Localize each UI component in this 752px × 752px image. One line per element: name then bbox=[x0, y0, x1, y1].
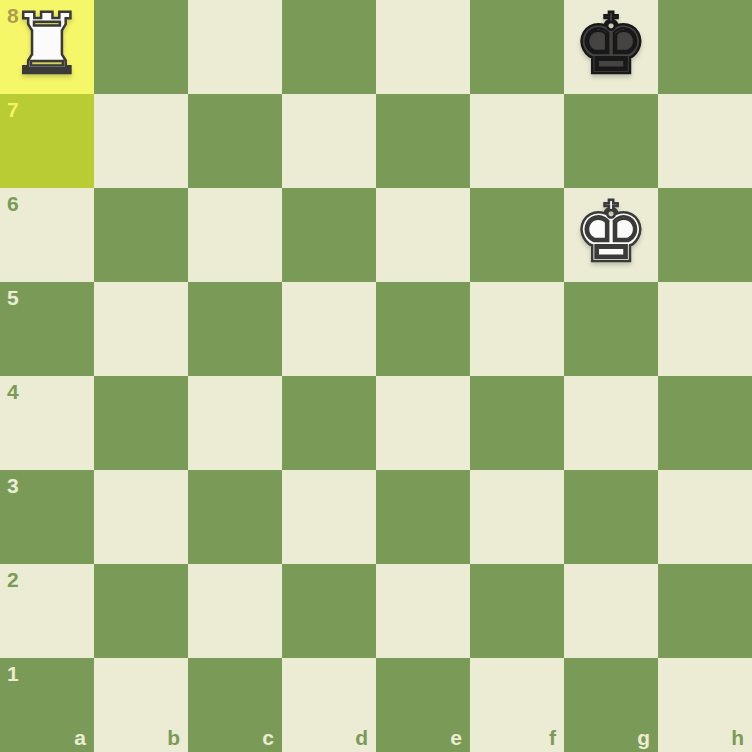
square-e8[interactable] bbox=[376, 0, 470, 94]
square-f8[interactable] bbox=[470, 0, 564, 94]
square-g5[interactable] bbox=[564, 282, 658, 376]
white-rook[interactable]: ♜ bbox=[9, 0, 84, 91]
square-a8[interactable]: 8♜ bbox=[0, 0, 94, 94]
square-d2[interactable] bbox=[282, 564, 376, 658]
coord-rank-5: 5 bbox=[7, 287, 19, 308]
coord-file-f: f bbox=[549, 727, 556, 748]
square-h3[interactable] bbox=[658, 470, 752, 564]
square-h5[interactable] bbox=[658, 282, 752, 376]
square-f2[interactable] bbox=[470, 564, 564, 658]
square-c2[interactable] bbox=[188, 564, 282, 658]
square-e4[interactable] bbox=[376, 376, 470, 470]
square-b5[interactable] bbox=[94, 282, 188, 376]
coord-file-d: d bbox=[355, 727, 368, 748]
square-h8[interactable] bbox=[658, 0, 752, 94]
square-a4[interactable]: 4 bbox=[0, 376, 94, 470]
square-d5[interactable] bbox=[282, 282, 376, 376]
square-h6[interactable] bbox=[658, 188, 752, 282]
coord-file-h: h bbox=[731, 727, 744, 748]
square-f1[interactable]: f bbox=[470, 658, 564, 752]
square-g2[interactable] bbox=[564, 564, 658, 658]
square-f7[interactable] bbox=[470, 94, 564, 188]
square-c4[interactable] bbox=[188, 376, 282, 470]
square-a1[interactable]: 1a bbox=[0, 658, 94, 752]
square-a3[interactable]: 3 bbox=[0, 470, 94, 564]
black-king[interactable]: ♚ bbox=[573, 0, 648, 91]
square-a7[interactable]: 7 bbox=[0, 94, 94, 188]
coord-rank-4: 4 bbox=[7, 381, 19, 402]
white-king[interactable]: ♚ bbox=[573, 185, 648, 279]
square-d8[interactable] bbox=[282, 0, 376, 94]
square-b4[interactable] bbox=[94, 376, 188, 470]
square-e6[interactable] bbox=[376, 188, 470, 282]
square-b1[interactable]: b bbox=[94, 658, 188, 752]
square-f4[interactable] bbox=[470, 376, 564, 470]
square-d6[interactable] bbox=[282, 188, 376, 282]
square-h4[interactable] bbox=[658, 376, 752, 470]
square-e7[interactable] bbox=[376, 94, 470, 188]
square-h7[interactable] bbox=[658, 94, 752, 188]
square-e2[interactable] bbox=[376, 564, 470, 658]
coord-rank-6: 6 bbox=[7, 193, 19, 214]
square-c6[interactable] bbox=[188, 188, 282, 282]
coord-file-c: c bbox=[262, 727, 274, 748]
square-f6[interactable] bbox=[470, 188, 564, 282]
square-b2[interactable] bbox=[94, 564, 188, 658]
square-d3[interactable] bbox=[282, 470, 376, 564]
coord-rank-7: 7 bbox=[7, 99, 19, 120]
square-b3[interactable] bbox=[94, 470, 188, 564]
coord-file-a: a bbox=[74, 727, 86, 748]
square-f5[interactable] bbox=[470, 282, 564, 376]
coord-rank-1: 1 bbox=[7, 663, 19, 684]
square-d1[interactable]: d bbox=[282, 658, 376, 752]
square-c7[interactable] bbox=[188, 94, 282, 188]
square-d4[interactable] bbox=[282, 376, 376, 470]
chess-board: 8♜♚76♚54321abcdefgh bbox=[0, 0, 752, 752]
coord-file-e: e bbox=[450, 727, 462, 748]
square-c1[interactable]: c bbox=[188, 658, 282, 752]
coord-file-b: b bbox=[167, 727, 180, 748]
square-c5[interactable] bbox=[188, 282, 282, 376]
square-a2[interactable]: 2 bbox=[0, 564, 94, 658]
square-g7[interactable] bbox=[564, 94, 658, 188]
square-h1[interactable]: h bbox=[658, 658, 752, 752]
square-c8[interactable] bbox=[188, 0, 282, 94]
square-e1[interactable]: e bbox=[376, 658, 470, 752]
square-g6[interactable]: ♚ bbox=[564, 188, 658, 282]
square-g4[interactable] bbox=[564, 376, 658, 470]
square-h2[interactable] bbox=[658, 564, 752, 658]
square-g1[interactable]: g bbox=[564, 658, 658, 752]
square-a5[interactable]: 5 bbox=[0, 282, 94, 376]
coord-rank-2: 2 bbox=[7, 569, 19, 590]
square-c3[interactable] bbox=[188, 470, 282, 564]
square-e5[interactable] bbox=[376, 282, 470, 376]
square-g8[interactable]: ♚ bbox=[564, 0, 658, 94]
square-a6[interactable]: 6 bbox=[0, 188, 94, 282]
square-b6[interactable] bbox=[94, 188, 188, 282]
square-b8[interactable] bbox=[94, 0, 188, 94]
square-e3[interactable] bbox=[376, 470, 470, 564]
square-g3[interactable] bbox=[564, 470, 658, 564]
square-d7[interactable] bbox=[282, 94, 376, 188]
square-f3[interactable] bbox=[470, 470, 564, 564]
coord-rank-3: 3 bbox=[7, 475, 19, 496]
coord-file-g: g bbox=[637, 727, 650, 748]
square-b7[interactable] bbox=[94, 94, 188, 188]
